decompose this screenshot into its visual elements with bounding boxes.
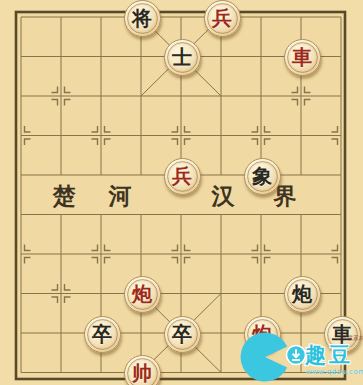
piece-black-advisor[interactable]: 士 (164, 39, 201, 76)
piece-glyph: 炮 (252, 317, 272, 352)
piece-black-chariot[interactable]: 車 (324, 316, 361, 353)
piece-red-soldier[interactable]: 兵 (204, 0, 241, 37)
piece-black-general[interactable]: 将 (124, 0, 161, 37)
piece-glyph: 卒 (92, 317, 112, 352)
river-char: 河 (109, 181, 132, 212)
river-char: 楚 (53, 181, 76, 212)
piece-glyph: 兵 (212, 1, 232, 36)
piece-red-soldier[interactable]: 兵 (164, 158, 201, 195)
piece-red-cannon[interactable]: 炮 (244, 316, 281, 353)
piece-glyph: 車 (292, 40, 312, 75)
piece-black-soldier[interactable]: 卒 (84, 316, 121, 353)
piece-black-elephant[interactable]: 象 (244, 158, 281, 195)
piece-glyph: 象 (252, 159, 272, 194)
piece-glyph: 将 (132, 1, 152, 36)
piece-glyph: 炮 (292, 277, 312, 312)
piece-glyph: 卒 (172, 317, 192, 352)
piece-red-general[interactable]: 帅 (124, 355, 161, 385)
piece-glyph: 炮 (132, 277, 152, 312)
piece-black-cannon[interactable]: 炮 (284, 276, 321, 313)
piece-glyph: 兵 (172, 159, 192, 194)
xiangqi-board-screenshot: 楚河汉界 将兵士車兵象炮炮卒卒炮車帅 趣豆 www.qdou.com 下载素材 (0, 0, 363, 385)
piece-glyph: 車 (332, 317, 352, 352)
piece-red-cannon[interactable]: 炮 (124, 276, 161, 313)
piece-red-chariot[interactable]: 車 (284, 39, 321, 76)
piece-glyph: 帅 (132, 356, 152, 385)
piece-black-soldier[interactable]: 卒 (164, 316, 201, 353)
piece-glyph: 士 (172, 40, 192, 75)
river-char: 汉 (212, 181, 235, 212)
